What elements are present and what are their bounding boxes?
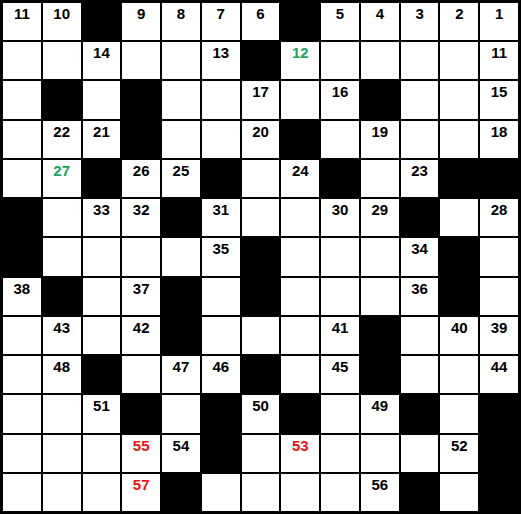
clue-number-32: 32 [133, 199, 150, 217]
block-cell-r8c5 [162, 278, 200, 315]
cell-r8c3[interactable] [83, 278, 121, 315]
clue-number-25: 25 [173, 160, 190, 178]
cell-r8c6[interactable] [202, 278, 240, 315]
clue-number-44: 44 [491, 356, 508, 374]
block-cell-r11c13 [480, 395, 518, 432]
cell-r2c4[interactable] [122, 42, 160, 79]
cell-r12c7[interactable] [242, 435, 280, 472]
clue-number-19: 19 [371, 121, 388, 139]
clue-number-45: 45 [332, 356, 349, 374]
cell-r8c4[interactable]: 37 [122, 278, 160, 315]
clue-number-15: 15 [491, 81, 508, 99]
block-cell-r13c11 [401, 474, 439, 511]
cell-r9c6[interactable] [202, 317, 240, 354]
cell-r3c11[interactable] [401, 81, 439, 118]
cell-r7c2[interactable] [43, 238, 81, 275]
block-cell-r8c7 [242, 278, 280, 315]
block-cell-r8c12 [440, 278, 478, 315]
block-cell-r7c7 [242, 238, 280, 275]
cell-r9c1[interactable] [3, 317, 41, 354]
clue-number-47: 47 [173, 356, 190, 374]
cell-r10c8[interactable] [281, 356, 319, 393]
cell-r5c5[interactable]: 25 [162, 160, 200, 197]
clue-number-57: 57 [133, 474, 150, 492]
cell-r11c9[interactable] [321, 395, 359, 432]
cell-r12c8[interactable]: 53 [281, 435, 319, 472]
cell-r3c5[interactable] [162, 81, 200, 118]
cell-r6c2[interactable] [43, 199, 81, 236]
block-cell-r5c3 [83, 160, 121, 197]
cell-r5c4[interactable]: 26 [122, 160, 160, 197]
block-cell-r1c3 [83, 3, 121, 40]
cell-r3c6[interactable] [202, 81, 240, 118]
clue-number-5: 5 [336, 3, 344, 21]
cell-r13c12[interactable] [440, 474, 478, 511]
cell-r2c8[interactable]: 12 [281, 42, 319, 79]
block-cell-r1c8 [281, 3, 319, 40]
cell-r4c13[interactable]: 18 [480, 121, 518, 158]
clue-number-9: 9 [137, 3, 145, 21]
cell-r2c9[interactable] [321, 42, 359, 79]
cell-r7c10[interactable] [361, 238, 399, 275]
cell-r13c4[interactable]: 57 [122, 474, 160, 511]
block-cell-r5c9 [321, 160, 359, 197]
block-cell-r5c13 [480, 160, 518, 197]
cell-r11c10[interactable]: 49 [361, 395, 399, 432]
cell-r3c8[interactable] [281, 81, 319, 118]
cell-r9c11[interactable] [401, 317, 439, 354]
cell-r1c6[interactable]: 7 [202, 3, 240, 40]
cell-r8c8[interactable] [281, 278, 319, 315]
block-cell-r3c4 [122, 81, 160, 118]
cell-r4c7[interactable]: 20 [242, 121, 280, 158]
clue-number-26: 26 [133, 160, 150, 178]
clue-number-1: 1 [495, 3, 503, 21]
cell-r9c3[interactable] [83, 317, 121, 354]
cell-r1c5[interactable]: 8 [162, 3, 200, 40]
cell-r3c1[interactable] [3, 81, 41, 118]
clue-number-8: 8 [177, 3, 185, 21]
cell-r6c8[interactable] [281, 199, 319, 236]
cell-r5c11[interactable]: 23 [401, 160, 439, 197]
cell-r6c3[interactable]: 33 [83, 199, 121, 236]
cell-r8c1[interactable]: 38 [3, 278, 41, 315]
clue-number-52: 52 [451, 435, 468, 453]
clue-number-23: 23 [411, 160, 428, 178]
cell-r3c13[interactable]: 15 [480, 81, 518, 118]
block-cell-r4c4 [122, 121, 160, 158]
cell-r2c13[interactable]: 11 [480, 42, 518, 79]
block-cell-r12c6 [202, 435, 240, 472]
block-cell-r4c8 [281, 121, 319, 158]
clue-number-33: 33 [93, 199, 110, 217]
cell-r1c10[interactable]: 4 [361, 3, 399, 40]
cell-r4c11[interactable] [401, 121, 439, 158]
clue-number-55: 55 [133, 435, 150, 453]
clue-number-40: 40 [451, 317, 468, 335]
cell-r12c2[interactable] [43, 435, 81, 472]
cell-r9c8[interactable] [281, 317, 319, 354]
clue-number-3: 3 [415, 3, 423, 21]
clue-number-30: 30 [332, 199, 349, 217]
cell-r11c5[interactable] [162, 395, 200, 432]
clue-number-37: 37 [133, 278, 150, 296]
block-cell-r11c11 [401, 395, 439, 432]
clue-number-2: 2 [455, 3, 463, 21]
cell-r13c9[interactable] [321, 474, 359, 511]
cell-r12c4[interactable]: 55 [122, 435, 160, 472]
cell-r1c13[interactable]: 1 [480, 3, 518, 40]
cell-r12c5[interactable]: 54 [162, 435, 200, 472]
cell-r7c8[interactable] [281, 238, 319, 275]
cell-r11c2[interactable] [43, 395, 81, 432]
cell-r10c13[interactable]: 44 [480, 356, 518, 393]
cell-r12c11[interactable] [401, 435, 439, 472]
block-cell-r11c8 [281, 395, 319, 432]
block-cell-r3c2 [43, 81, 81, 118]
cell-r12c12[interactable]: 52 [440, 435, 478, 472]
block-cell-r3c10 [361, 81, 399, 118]
cell-r5c1[interactable] [3, 160, 41, 197]
cell-r2c2[interactable] [43, 42, 81, 79]
clue-number-11: 11 [14, 3, 30, 21]
clue-number-20: 20 [252, 121, 269, 139]
cell-r7c11[interactable]: 34 [401, 238, 439, 275]
clue-number-49: 49 [371, 395, 388, 413]
block-cell-r12c13 [480, 435, 518, 472]
cell-r3c7[interactable]: 17 [242, 81, 280, 118]
cell-r9c7[interactable] [242, 317, 280, 354]
cell-r12c3[interactable] [83, 435, 121, 472]
clue-number-10: 10 [53, 3, 70, 21]
clue-number-34: 34 [411, 238, 428, 256]
cell-r4c2[interactable]: 22 [43, 121, 81, 158]
block-cell-r9c10 [361, 317, 399, 354]
cell-r2c1[interactable] [3, 42, 41, 79]
cell-r10c4[interactable] [122, 356, 160, 393]
cell-r2c5[interactable] [162, 42, 200, 79]
clue-number-39: 39 [491, 317, 508, 335]
cell-r12c1[interactable] [3, 435, 41, 472]
cell-r6c6[interactable]: 31 [202, 199, 240, 236]
block-cell-r13c5 [162, 474, 200, 511]
clue-number-36: 36 [411, 278, 428, 296]
clue-number-54: 54 [173, 435, 190, 453]
clue-number-48: 48 [53, 356, 70, 374]
cell-r11c1[interactable] [3, 395, 41, 432]
block-cell-r7c1 [3, 238, 41, 275]
cell-r9c13[interactable]: 39 [480, 317, 518, 354]
clue-number-31: 31 [212, 199, 229, 217]
cell-r8c11[interactable]: 36 [401, 278, 439, 315]
block-cell-r10c10 [361, 356, 399, 393]
cell-r2c11[interactable] [401, 42, 439, 79]
cell-r9c9[interactable]: 41 [321, 317, 359, 354]
cell-r13c2[interactable] [43, 474, 81, 511]
clue-number-7: 7 [217, 3, 225, 21]
cell-r10c11[interactable] [401, 356, 439, 393]
clue-number-11: 11 [491, 42, 507, 60]
cell-r4c1[interactable] [3, 121, 41, 158]
cell-r10c1[interactable] [3, 356, 41, 393]
clue-number-17: 17 [252, 81, 269, 99]
clue-number-14: 14 [93, 42, 110, 60]
clue-number-56: 56 [371, 474, 388, 492]
cell-r1c11[interactable]: 3 [401, 3, 439, 40]
cell-r4c12[interactable] [440, 121, 478, 158]
clue-number-12: 12 [292, 42, 309, 60]
cell-r11c3[interactable]: 51 [83, 395, 121, 432]
clue-number-43: 43 [53, 317, 70, 335]
cell-r6c10[interactable]: 29 [361, 199, 399, 236]
cell-r5c8[interactable]: 24 [281, 160, 319, 197]
clue-number-13: 13 [212, 42, 229, 60]
cell-r10c12[interactable] [440, 356, 478, 393]
cell-r13c1[interactable] [3, 474, 41, 511]
cell-r1c4[interactable]: 9 [122, 3, 160, 40]
clue-number-29: 29 [371, 199, 388, 217]
cell-r4c5[interactable] [162, 121, 200, 158]
cell-r8c9[interactable] [321, 278, 359, 315]
crossword-board: 1110987654321141312111716152221201918272… [0, 0, 521, 514]
block-cell-r11c6 [202, 395, 240, 432]
clue-number-53: 53 [292, 435, 309, 453]
cell-r6c4[interactable]: 32 [122, 199, 160, 236]
cell-r2c6[interactable]: 13 [202, 42, 240, 79]
cell-r4c9[interactable] [321, 121, 359, 158]
clue-number-28: 28 [491, 199, 508, 217]
cell-r10c2[interactable]: 48 [43, 356, 81, 393]
cell-r8c13[interactable] [480, 278, 518, 315]
clue-number-27: 27 [53, 160, 70, 178]
clue-number-22: 22 [53, 121, 70, 139]
cell-r9c4[interactable]: 42 [122, 317, 160, 354]
cell-r1c1[interactable]: 11 [3, 3, 41, 40]
cell-r5c7[interactable] [242, 160, 280, 197]
clue-number-18: 18 [491, 121, 508, 139]
cell-r4c10[interactable]: 19 [361, 121, 399, 158]
cell-r5c2[interactable]: 27 [43, 160, 81, 197]
cell-r13c6[interactable] [202, 474, 240, 511]
clue-number-51: 51 [93, 395, 110, 413]
cell-r13c8[interactable] [281, 474, 319, 511]
cell-r2c10[interactable] [361, 42, 399, 79]
cell-r6c7[interactable] [242, 199, 280, 236]
cell-r4c3[interactable]: 21 [83, 121, 121, 158]
block-cell-r9c5 [162, 317, 200, 354]
clue-number-21: 21 [93, 121, 110, 139]
cell-r1c9[interactable]: 5 [321, 3, 359, 40]
cell-r7c9[interactable] [321, 238, 359, 275]
block-cell-r5c6 [202, 160, 240, 197]
block-cell-r13c13 [480, 474, 518, 511]
cell-r4c6[interactable] [202, 121, 240, 158]
cell-r9c2[interactable]: 43 [43, 317, 81, 354]
cell-r10c9[interactable]: 45 [321, 356, 359, 393]
clue-number-46: 46 [212, 356, 229, 374]
cell-r5c10[interactable] [361, 160, 399, 197]
block-cell-r8c2 [43, 278, 81, 315]
clue-number-4: 4 [376, 3, 384, 21]
clue-number-42: 42 [133, 317, 150, 335]
clue-number-41: 41 [332, 317, 349, 335]
block-cell-r6c5 [162, 199, 200, 236]
cell-r3c3[interactable] [83, 81, 121, 118]
block-cell-r2c7 [242, 42, 280, 79]
cell-r7c6[interactable]: 35 [202, 238, 240, 275]
cell-r6c12[interactable] [440, 199, 478, 236]
cell-r11c12[interactable] [440, 395, 478, 432]
cell-r6c9[interactable]: 30 [321, 199, 359, 236]
cell-r10c5[interactable]: 47 [162, 356, 200, 393]
cell-r7c5[interactable] [162, 238, 200, 275]
block-cell-r6c1 [3, 199, 41, 236]
clue-number-35: 35 [212, 238, 229, 256]
cell-r7c4[interactable] [122, 238, 160, 275]
block-cell-r5c12 [440, 160, 478, 197]
block-cell-r11c4 [122, 395, 160, 432]
block-cell-r10c7 [242, 356, 280, 393]
clue-number-6: 6 [256, 3, 264, 21]
cell-r1c7[interactable]: 6 [242, 3, 280, 40]
block-cell-r7c12 [440, 238, 478, 275]
cell-r7c13[interactable] [480, 238, 518, 275]
clue-number-16: 16 [332, 81, 349, 99]
cell-r12c9[interactable] [321, 435, 359, 472]
cell-r3c12[interactable] [440, 81, 478, 118]
cell-r8c10[interactable] [361, 278, 399, 315]
cell-r9c12[interactable]: 40 [440, 317, 478, 354]
cell-r1c12[interactable]: 2 [440, 3, 478, 40]
cell-r10c6[interactable]: 46 [202, 356, 240, 393]
cell-r13c7[interactable] [242, 474, 280, 511]
clue-number-38: 38 [14, 278, 31, 296]
clue-number-24: 24 [292, 160, 309, 178]
block-cell-r6c11 [401, 199, 439, 236]
cell-r6c13[interactable]: 28 [480, 199, 518, 236]
cell-r1c2[interactable]: 10 [43, 3, 81, 40]
block-cell-r10c3 [83, 356, 121, 393]
cell-r11c7[interactable]: 50 [242, 395, 280, 432]
cell-r12c10[interactable] [361, 435, 399, 472]
cell-r2c12[interactable] [440, 42, 478, 79]
cell-r3c9[interactable]: 16 [321, 81, 359, 118]
cell-r13c3[interactable] [83, 474, 121, 511]
cell-r2c3[interactable]: 14 [83, 42, 121, 79]
cell-r7c3[interactable] [83, 238, 121, 275]
cell-r13c10[interactable]: 56 [361, 474, 399, 511]
clue-number-50: 50 [252, 395, 269, 413]
